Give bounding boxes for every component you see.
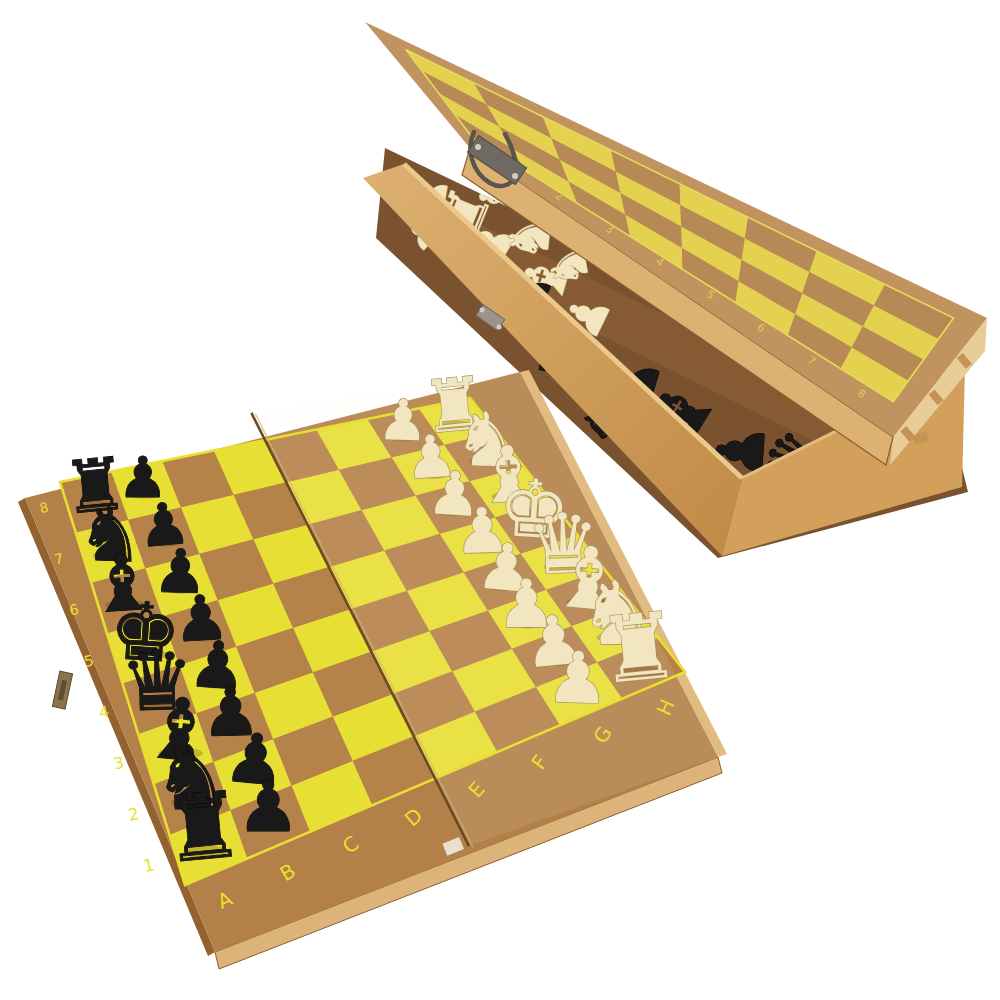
rank-label-1: 1 [141,854,156,876]
svg-text:♟: ♟ [545,636,611,721]
rank-label-2: 2 [127,804,141,825]
scene-svg: ♟♜♝♟♞♝♟♟♞♟♜♟♝♟♛♟♝♞♟1234567812345678ABCDE… [0,0,1000,1000]
rank-label-3: 3 [112,753,126,774]
svg-text:♟: ♟ [237,765,301,848]
board-clasp [52,671,72,709]
piece-black-pawn-b1: ♟ [237,765,301,848]
product-photo: ♟♜♝♟♞♝♟♟♞♟♜♟♝♟♛♟♝♞♟1234567812345678ABCDE… [0,0,1000,1000]
piece-white-pawn-g1: ♟ [545,636,611,721]
svg-text:♜: ♜ [158,771,249,883]
piece-black-rook-a1: ♜ [158,771,249,883]
